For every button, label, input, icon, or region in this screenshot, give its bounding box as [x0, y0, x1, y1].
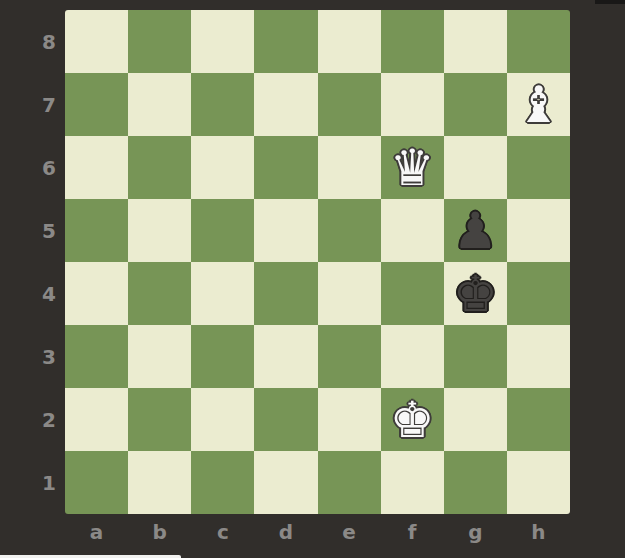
square-a2[interactable] [65, 388, 128, 451]
square-h5[interactable] [507, 199, 570, 262]
chess-app-background: 87654321 ♝♛♟♚♚ abcdefgh [0, 0, 625, 558]
square-h4[interactable] [507, 262, 570, 325]
square-f1[interactable] [381, 451, 444, 514]
file-label-f: f [381, 515, 444, 548]
square-h6[interactable] [507, 136, 570, 199]
square-d3[interactable] [254, 325, 317, 388]
square-g3[interactable] [444, 325, 507, 388]
square-b6[interactable] [128, 136, 191, 199]
rank-label-5: 5 [0, 199, 60, 262]
square-g8[interactable] [444, 10, 507, 73]
square-b8[interactable] [128, 10, 191, 73]
rank-label-6: 6 [0, 136, 60, 199]
square-f6[interactable]: ♛ [381, 136, 444, 199]
square-a7[interactable] [65, 73, 128, 136]
square-g7[interactable] [444, 73, 507, 136]
square-f4[interactable] [381, 262, 444, 325]
square-b4[interactable] [128, 262, 191, 325]
file-label-b: b [128, 515, 191, 548]
rank-label-8: 8 [0, 10, 60, 73]
square-e4[interactable] [318, 262, 381, 325]
square-g1[interactable] [444, 451, 507, 514]
black-king[interactable]: ♚ [444, 262, 507, 325]
file-label-h: h [507, 515, 570, 548]
top-edge-strip [595, 0, 625, 4]
white-bishop[interactable]: ♝ [507, 73, 570, 136]
square-d4[interactable] [254, 262, 317, 325]
file-labels: abcdefgh [65, 515, 570, 548]
file-label-d: d [254, 515, 317, 548]
square-a1[interactable] [65, 451, 128, 514]
file-label-a: a [65, 515, 128, 548]
square-f5[interactable] [381, 199, 444, 262]
square-b2[interactable] [128, 388, 191, 451]
square-c2[interactable] [191, 388, 254, 451]
rank-label-3: 3 [0, 325, 60, 388]
black-pawn[interactable]: ♟ [444, 199, 507, 262]
file-label-g: g [444, 515, 507, 548]
square-d7[interactable] [254, 73, 317, 136]
square-e1[interactable] [318, 451, 381, 514]
square-c6[interactable] [191, 136, 254, 199]
square-g5[interactable]: ♟ [444, 199, 507, 262]
square-e6[interactable] [318, 136, 381, 199]
rank-label-2: 2 [0, 388, 60, 451]
square-h1[interactable] [507, 451, 570, 514]
square-b5[interactable] [128, 199, 191, 262]
square-e2[interactable] [318, 388, 381, 451]
square-f8[interactable] [381, 10, 444, 73]
square-e5[interactable] [318, 199, 381, 262]
square-a3[interactable] [65, 325, 128, 388]
square-b1[interactable] [128, 451, 191, 514]
square-a5[interactable] [65, 199, 128, 262]
square-c7[interactable] [191, 73, 254, 136]
square-h3[interactable] [507, 325, 570, 388]
square-d8[interactable] [254, 10, 317, 73]
square-e8[interactable] [318, 10, 381, 73]
square-f7[interactable] [381, 73, 444, 136]
square-d1[interactable] [254, 451, 317, 514]
square-h7[interactable]: ♝ [507, 73, 570, 136]
square-c8[interactable] [191, 10, 254, 73]
white-king[interactable]: ♚ [381, 388, 444, 451]
square-a4[interactable] [65, 262, 128, 325]
square-c3[interactable] [191, 325, 254, 388]
file-label-c: c [191, 515, 254, 548]
square-d6[interactable] [254, 136, 317, 199]
square-f2[interactable]: ♚ [381, 388, 444, 451]
square-a8[interactable] [65, 10, 128, 73]
square-d5[interactable] [254, 199, 317, 262]
square-g2[interactable] [444, 388, 507, 451]
rank-label-1: 1 [0, 451, 60, 514]
square-h8[interactable] [507, 10, 570, 73]
square-g4[interactable]: ♚ [444, 262, 507, 325]
square-d2[interactable] [254, 388, 317, 451]
square-b3[interactable] [128, 325, 191, 388]
square-c1[interactable] [191, 451, 254, 514]
square-h2[interactable] [507, 388, 570, 451]
square-b7[interactable] [128, 73, 191, 136]
square-a6[interactable] [65, 136, 128, 199]
square-f3[interactable] [381, 325, 444, 388]
square-e3[interactable] [318, 325, 381, 388]
square-e7[interactable] [318, 73, 381, 136]
file-label-e: e [318, 515, 381, 548]
square-c4[interactable] [191, 262, 254, 325]
rank-labels: 87654321 [0, 10, 60, 514]
rank-label-7: 7 [0, 73, 60, 136]
square-c5[interactable] [191, 199, 254, 262]
chess-board[interactable]: ♝♛♟♚♚ [65, 10, 570, 514]
rank-label-4: 4 [0, 262, 60, 325]
white-queen[interactable]: ♛ [381, 136, 444, 199]
square-g6[interactable] [444, 136, 507, 199]
